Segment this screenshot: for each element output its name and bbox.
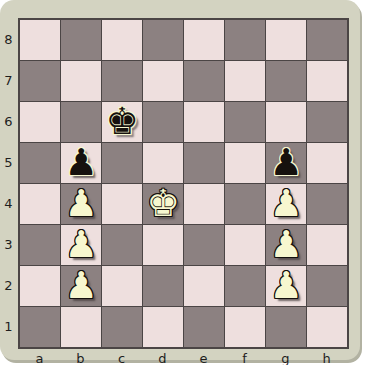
file-label-b: b [60,351,101,365]
square-b5[interactable]: ♟ [61,143,101,183]
square-f6[interactable] [225,102,265,142]
file-label-c: c [101,351,142,365]
square-a3[interactable] [20,225,60,265]
square-h8[interactable] [307,20,347,60]
square-b7[interactable] [61,61,101,101]
piece-white-king-d4[interactable]: ♚ [146,185,179,222]
chess-board: ♚♟♟♟♚♟♟♟♟♟ [18,18,349,349]
square-e1[interactable] [184,307,224,347]
square-g1[interactable] [266,307,306,347]
rank-label-2: 2 [0,265,17,306]
square-h6[interactable] [307,102,347,142]
square-d5[interactable] [143,143,183,183]
board-panel: ♚♟♟♟♚♟♟♟♟♟ 87654321 abcdefgh [0,0,360,360]
square-h4[interactable] [307,184,347,224]
square-c5[interactable] [102,143,142,183]
square-f5[interactable] [225,143,265,183]
square-h3[interactable] [307,225,347,265]
file-label-h: h [306,351,347,365]
square-d4[interactable]: ♚ [143,184,183,224]
square-e3[interactable] [184,225,224,265]
piece-black-pawn-g5[interactable]: ♟ [269,144,302,181]
square-h7[interactable] [307,61,347,101]
piece-white-pawn-g3[interactable]: ♟ [269,226,302,263]
square-b8[interactable] [61,20,101,60]
square-b2[interactable]: ♟ [61,266,101,306]
chessboard-screenshot: ♚♟♟♟♚♟♟♟♟♟ 87654321 abcdefgh [0,0,365,365]
rank-label-8: 8 [0,19,17,60]
square-b6[interactable] [61,102,101,142]
square-b1[interactable] [61,307,101,347]
file-label-a: a [19,351,60,365]
square-d7[interactable] [143,61,183,101]
square-b4[interactable]: ♟ [61,184,101,224]
file-label-g: g [265,351,306,365]
square-f2[interactable] [225,266,265,306]
square-a1[interactable] [20,307,60,347]
square-a6[interactable] [20,102,60,142]
square-f8[interactable] [225,20,265,60]
square-c7[interactable] [102,61,142,101]
square-c2[interactable] [102,266,142,306]
square-f7[interactable] [225,61,265,101]
rank-label-4: 4 [0,183,17,224]
square-g4[interactable]: ♟ [266,184,306,224]
square-a7[interactable] [20,61,60,101]
piece-white-pawn-b3[interactable]: ♟ [64,226,97,263]
rank-label-7: 7 [0,60,17,101]
square-e4[interactable] [184,184,224,224]
square-g8[interactable] [266,20,306,60]
square-c4[interactable] [102,184,142,224]
square-h1[interactable] [307,307,347,347]
square-e7[interactable] [184,61,224,101]
rank-label-3: 3 [0,224,17,265]
square-g3[interactable]: ♟ [266,225,306,265]
square-g2[interactable]: ♟ [266,266,306,306]
square-e5[interactable] [184,143,224,183]
square-e8[interactable] [184,20,224,60]
square-a2[interactable] [20,266,60,306]
square-d8[interactable] [143,20,183,60]
piece-black-king-c6[interactable]: ♚ [105,103,138,140]
piece-black-pawn-b5[interactable]: ♟ [64,144,97,181]
square-f4[interactable] [225,184,265,224]
square-c3[interactable] [102,225,142,265]
piece-white-pawn-b4[interactable]: ♟ [64,185,97,222]
square-f1[interactable] [225,307,265,347]
rank-label-6: 6 [0,101,17,142]
file-label-e: e [183,351,224,365]
square-d3[interactable] [143,225,183,265]
rank-label-1: 1 [0,306,17,347]
square-h2[interactable] [307,266,347,306]
square-e2[interactable] [184,266,224,306]
square-d6[interactable] [143,102,183,142]
square-g6[interactable] [266,102,306,142]
square-g7[interactable] [266,61,306,101]
file-label-f: f [224,351,265,365]
square-g5[interactable]: ♟ [266,143,306,183]
square-d2[interactable] [143,266,183,306]
piece-white-pawn-b2[interactable]: ♟ [64,267,97,304]
square-h5[interactable] [307,143,347,183]
square-c6[interactable]: ♚ [102,102,142,142]
square-d1[interactable] [143,307,183,347]
square-a8[interactable] [20,20,60,60]
rank-label-5: 5 [0,142,17,183]
square-b3[interactable]: ♟ [61,225,101,265]
file-label-d: d [142,351,183,365]
square-e6[interactable] [184,102,224,142]
square-a5[interactable] [20,143,60,183]
piece-white-pawn-g4[interactable]: ♟ [269,185,302,222]
square-c1[interactable] [102,307,142,347]
square-c8[interactable] [102,20,142,60]
square-f3[interactable] [225,225,265,265]
square-a4[interactable] [20,184,60,224]
piece-white-pawn-g2[interactable]: ♟ [269,267,302,304]
